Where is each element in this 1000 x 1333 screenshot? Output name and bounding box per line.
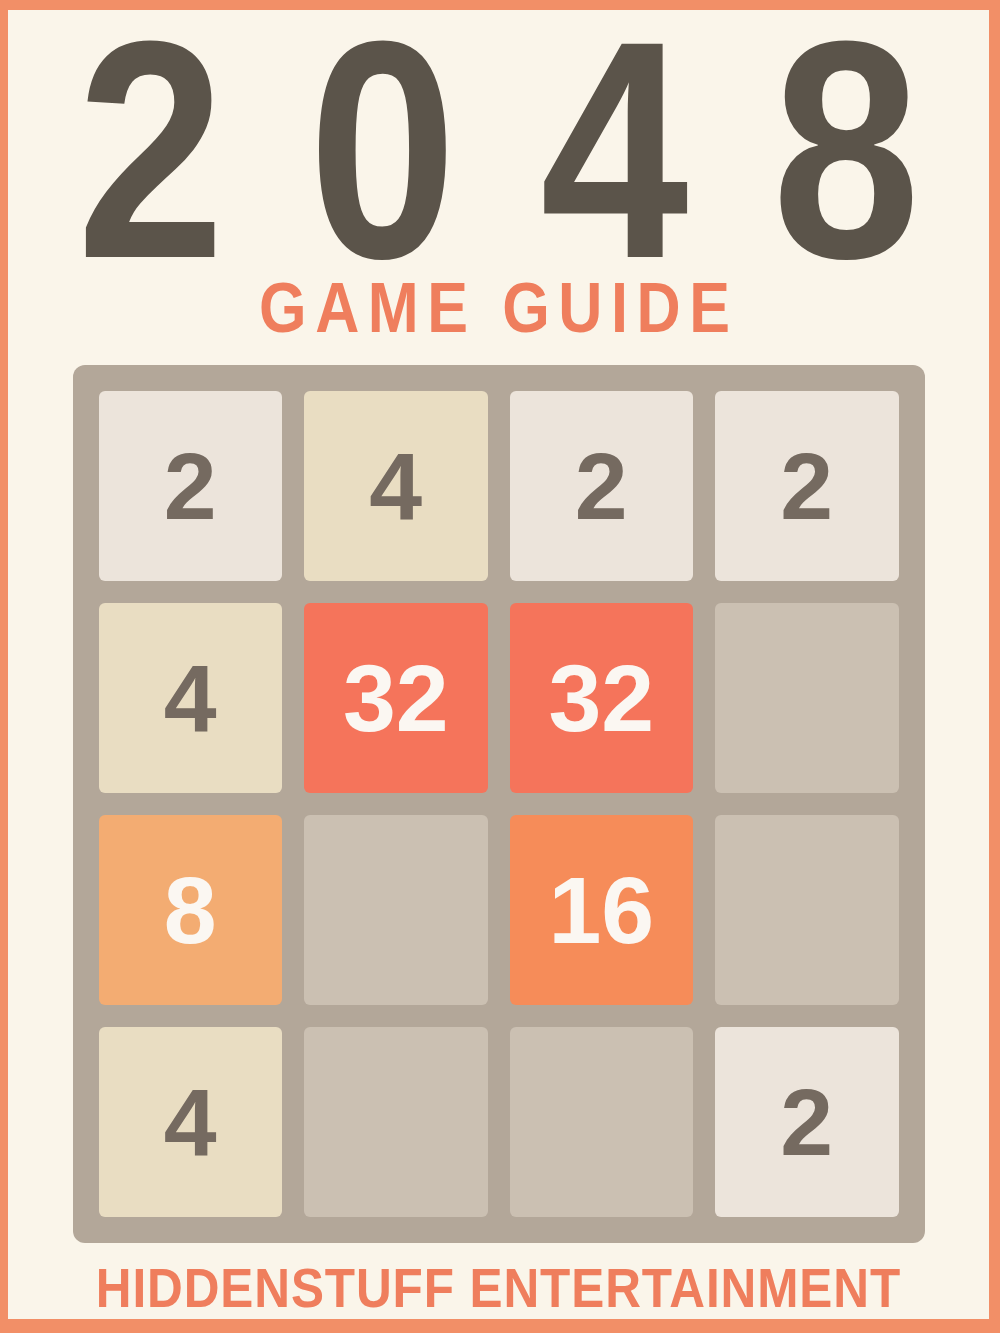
title-digit: 0: [308, 0, 456, 305]
tile-2: 2: [99, 391, 283, 581]
tile-8: 8: [99, 815, 283, 1005]
board-2048: 24224323281642: [73, 365, 925, 1243]
tile-4: 4: [99, 1027, 283, 1217]
tile-32: 32: [510, 603, 694, 793]
cover-background: 2 0 4 8 GAME GUIDE 24224323281642 HIDDEN…: [8, 10, 989, 1319]
publisher-name-text: HIDDENSTUFF ENTERTAINMENT: [96, 1261, 901, 1316]
cover-subtitle: GAME GUIDE: [8, 272, 989, 343]
tile-4: 4: [304, 391, 488, 581]
tile-32: 32: [304, 603, 488, 793]
empty-cell: [304, 815, 488, 1005]
cover-title: 2 0 4 8: [77, 0, 921, 305]
empty-cell: [715, 815, 899, 1005]
empty-cell: [510, 1027, 694, 1217]
tile-16: 16: [510, 815, 694, 1005]
tile-2: 2: [715, 391, 899, 581]
tile-2: 2: [715, 1027, 899, 1217]
empty-cell: [304, 1027, 488, 1217]
cover-subtitle-text: GAME GUIDE: [259, 272, 739, 343]
tile-2: 2: [510, 391, 694, 581]
title-digit: 4: [540, 0, 688, 305]
empty-cell: [715, 603, 899, 793]
publisher-name: HIDDENSTUFF ENTERTAINMENT: [8, 1261, 989, 1316]
title-digit: 2: [77, 0, 225, 305]
title-digit: 8: [772, 0, 920, 305]
tile-4: 4: [99, 603, 283, 793]
